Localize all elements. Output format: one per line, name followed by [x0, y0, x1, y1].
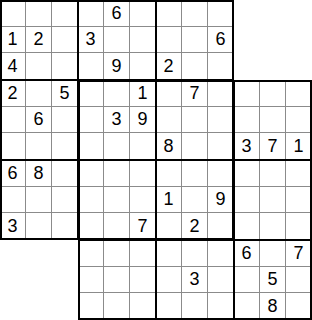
- cell-r7c7[interactable]: [156, 160, 182, 187]
- cell-r3c6[interactable]: [130, 53, 156, 80]
- cell-r6c9[interactable]: [208, 133, 234, 160]
- cell-r5c12[interactable]: [286, 107, 312, 134]
- cell-r1c4[interactable]: [78, 0, 104, 27]
- cell-r4c5[interactable]: [104, 80, 130, 107]
- cell-r2c10: [234, 27, 260, 54]
- cell-r5c5[interactable]: 3: [104, 107, 130, 134]
- cell-r1c8[interactable]: [182, 0, 208, 27]
- cell-r11c4[interactable]: [78, 267, 104, 294]
- cell-r5c10[interactable]: [234, 107, 260, 134]
- cell-r11c10[interactable]: [234, 267, 260, 294]
- cell-r9c5[interactable]: [104, 213, 130, 240]
- cell-r9c2[interactable]: [26, 213, 52, 240]
- cell-r12c10[interactable]: [234, 293, 260, 320]
- cell-r1c5[interactable]: 6: [104, 0, 130, 27]
- cell-r9c3[interactable]: [52, 213, 78, 240]
- cell-r3c10: [234, 53, 260, 80]
- cell-r1c7[interactable]: [156, 0, 182, 27]
- cell-r8c8[interactable]: [182, 187, 208, 214]
- cell-r11c6[interactable]: [130, 267, 156, 294]
- cell-r11c9[interactable]: [208, 267, 234, 294]
- cell-r4c9[interactable]: [208, 80, 234, 107]
- cell-r11c8[interactable]: 3: [182, 267, 208, 294]
- cell-r7c8[interactable]: [182, 160, 208, 187]
- cell-r7c11[interactable]: [260, 160, 286, 187]
- cell-r11c5[interactable]: [104, 267, 130, 294]
- cell-grid: 6123649225176398371681937267358: [0, 0, 312, 320]
- cell-r12c11[interactable]: 8: [260, 293, 286, 320]
- cell-r12c6[interactable]: [130, 293, 156, 320]
- cell-r3c9[interactable]: [208, 53, 234, 80]
- cell-r3c11: [260, 53, 286, 80]
- cell-r8c2[interactable]: [26, 187, 52, 214]
- cell-r9c8[interactable]: 2: [182, 213, 208, 240]
- cell-r10c11[interactable]: [260, 240, 286, 267]
- cell-r7c4[interactable]: [78, 160, 104, 187]
- cell-r6c4[interactable]: [78, 133, 104, 160]
- cell-r9c4[interactable]: [78, 213, 104, 240]
- cell-r10c8[interactable]: [182, 240, 208, 267]
- cell-r12c2: [26, 293, 52, 320]
- cell-r2c9[interactable]: 6: [208, 27, 234, 54]
- cell-r2c11: [260, 27, 286, 54]
- cell-r7c12[interactable]: [286, 160, 312, 187]
- cell-r12c8[interactable]: [182, 293, 208, 320]
- cell-r2c2[interactable]: 2: [26, 27, 52, 54]
- cell-r6c12[interactable]: 1: [286, 133, 312, 160]
- cell-r8c6[interactable]: [130, 187, 156, 214]
- cell-r2c3[interactable]: [52, 27, 78, 54]
- cell-r7c3[interactable]: [52, 160, 78, 187]
- cell-r11c7[interactable]: [156, 267, 182, 294]
- cell-r4c11[interactable]: [260, 80, 286, 107]
- cell-r3c4[interactable]: [78, 53, 104, 80]
- cell-r5c6[interactable]: 9: [130, 107, 156, 134]
- cell-r9c12[interactable]: [286, 213, 312, 240]
- cell-r11c11[interactable]: 5: [260, 267, 286, 294]
- sudoku-board: 6123649225176398371681937267358: [0, 0, 312, 320]
- cell-r9c10[interactable]: [234, 213, 260, 240]
- cell-r1c6[interactable]: [130, 0, 156, 27]
- cell-r2c8[interactable]: [182, 27, 208, 54]
- cell-r3c12: [286, 53, 312, 80]
- cell-r2c1[interactable]: 1: [0, 27, 26, 54]
- cell-r4c1[interactable]: 2: [0, 80, 26, 107]
- cell-r7c2[interactable]: 8: [26, 160, 52, 187]
- cell-r6c8[interactable]: [182, 133, 208, 160]
- cell-r1c3[interactable]: [52, 0, 78, 27]
- cell-r1c2[interactable]: [26, 0, 52, 27]
- cell-r8c12[interactable]: [286, 187, 312, 214]
- cell-r7c9[interactable]: [208, 160, 234, 187]
- cell-r4c4[interactable]: [78, 80, 104, 107]
- cell-r10c12[interactable]: 7: [286, 240, 312, 267]
- cell-r8c11[interactable]: [260, 187, 286, 214]
- cell-r8c3[interactable]: [52, 187, 78, 214]
- cell-r10c3: [52, 240, 78, 267]
- cell-r2c7[interactable]: [156, 27, 182, 54]
- cell-r7c5[interactable]: [104, 160, 130, 187]
- cell-r10c6[interactable]: [130, 240, 156, 267]
- cell-r7c1[interactable]: 6: [0, 160, 26, 187]
- cell-r5c11[interactable]: [260, 107, 286, 134]
- cell-r10c7[interactable]: [156, 240, 182, 267]
- cell-r5c8[interactable]: [182, 107, 208, 134]
- cell-r5c3[interactable]: [52, 107, 78, 134]
- cell-r8c10[interactable]: [234, 187, 260, 214]
- cell-r5c2[interactable]: 6: [26, 107, 52, 134]
- cell-r12c1: [0, 293, 26, 320]
- cell-r4c2[interactable]: [26, 80, 52, 107]
- cell-r6c3[interactable]: [52, 133, 78, 160]
- cell-r10c5[interactable]: [104, 240, 130, 267]
- cell-r2c5[interactable]: [104, 27, 130, 54]
- cell-r4c10[interactable]: [234, 80, 260, 107]
- cell-r1c1[interactable]: [0, 0, 26, 27]
- cell-r6c5[interactable]: [104, 133, 130, 160]
- cell-r2c12: [286, 27, 312, 54]
- cell-r4c8[interactable]: 7: [182, 80, 208, 107]
- cell-r10c9[interactable]: [208, 240, 234, 267]
- cell-r11c1: [0, 267, 26, 294]
- cell-r6c2[interactable]: [26, 133, 52, 160]
- cell-r6c6[interactable]: [130, 133, 156, 160]
- cell-r9c9[interactable]: [208, 213, 234, 240]
- cell-r5c4[interactable]: [78, 107, 104, 134]
- cell-r8c9[interactable]: 9: [208, 187, 234, 214]
- cell-r3c8[interactable]: [182, 53, 208, 80]
- cell-r11c3: [52, 267, 78, 294]
- cell-r6c1[interactable]: [0, 133, 26, 160]
- cell-r9c11[interactable]: [260, 213, 286, 240]
- cell-r5c9[interactable]: [208, 107, 234, 134]
- cell-r3c5[interactable]: 9: [104, 53, 130, 80]
- cell-r1c9[interactable]: [208, 0, 234, 27]
- cell-r3c3[interactable]: [52, 53, 78, 80]
- cell-r4c7[interactable]: [156, 80, 182, 107]
- cell-r12c3: [52, 293, 78, 320]
- cell-r4c6[interactable]: 1: [130, 80, 156, 107]
- cell-r7c10[interactable]: [234, 160, 260, 187]
- cell-r8c1[interactable]: [0, 187, 26, 214]
- cell-r12c9[interactable]: [208, 293, 234, 320]
- cell-r6c11[interactable]: 7: [260, 133, 286, 160]
- cell-r9c6[interactable]: 7: [130, 213, 156, 240]
- cell-r4c3[interactable]: 5: [52, 80, 78, 107]
- cell-r3c2[interactable]: [26, 53, 52, 80]
- cell-r10c4[interactable]: [78, 240, 104, 267]
- cell-r10c10[interactable]: 6: [234, 240, 260, 267]
- cell-r10c2: [26, 240, 52, 267]
- cell-r12c5[interactable]: [104, 293, 130, 320]
- cell-r4c12[interactable]: [286, 80, 312, 107]
- cell-r2c6[interactable]: [130, 27, 156, 54]
- cell-r12c12[interactable]: [286, 293, 312, 320]
- cell-r1c11: [260, 0, 286, 27]
- cell-r9c7[interactable]: [156, 213, 182, 240]
- cell-r10c1: [0, 240, 26, 267]
- cell-r8c4[interactable]: [78, 187, 104, 214]
- cell-r12c7[interactable]: [156, 293, 182, 320]
- cell-r5c7[interactable]: [156, 107, 182, 134]
- cell-r8c5[interactable]: [104, 187, 130, 214]
- cell-r7c6[interactable]: [130, 160, 156, 187]
- cell-r6c10[interactable]: 3: [234, 133, 260, 160]
- cell-r5c1[interactable]: [0, 107, 26, 134]
- cell-r2c4[interactable]: 3: [78, 27, 104, 54]
- cell-r1c12: [286, 0, 312, 27]
- cell-r1c10: [234, 0, 260, 27]
- cell-r8c7[interactable]: 1: [156, 187, 182, 214]
- cell-r11c2: [26, 267, 52, 294]
- cell-r9c1[interactable]: 3: [0, 213, 26, 240]
- cell-r11c12[interactable]: [286, 267, 312, 294]
- cell-r12c4[interactable]: [78, 293, 104, 320]
- cell-r6c7[interactable]: 8: [156, 133, 182, 160]
- cell-r3c1[interactable]: 4: [0, 53, 26, 80]
- cell-r3c7[interactable]: 2: [156, 53, 182, 80]
